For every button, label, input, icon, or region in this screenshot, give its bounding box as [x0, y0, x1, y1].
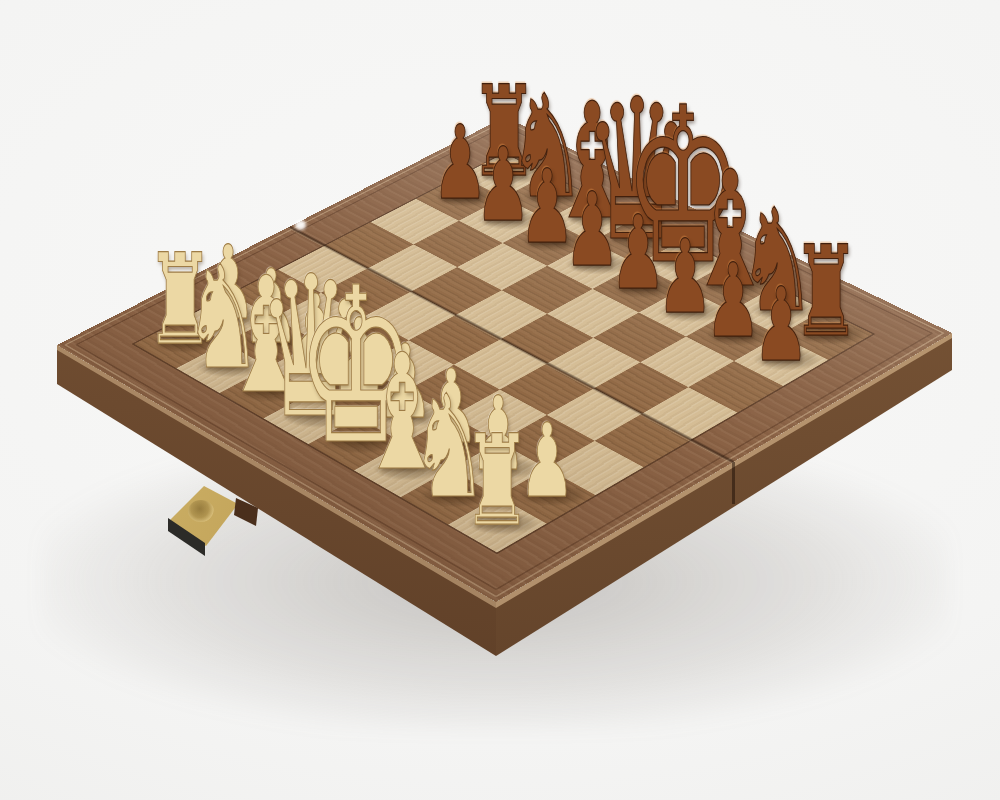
clasp-crest-engraving — [188, 500, 214, 522]
lens-flare-dot — [295, 220, 306, 230]
product-photo-scene: ♜♞♝♛♚♝♞♜♟♟♟♟♟♟♟♟♟♟♟♟♟♟♟♟♜♞♝♛♚♝♞♜ — [0, 0, 1000, 800]
fold-seam-side-line — [732, 462, 735, 504]
